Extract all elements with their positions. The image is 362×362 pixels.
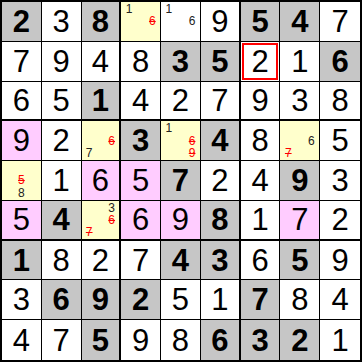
cell-value: 3	[211, 245, 228, 276]
cell-value: 5	[172, 284, 189, 315]
pencil-mark: 8	[16, 187, 28, 199]
cell-value: 5	[331, 125, 348, 156]
cell-value: 3	[13, 284, 30, 315]
cell-value: 9	[331, 245, 348, 276]
cell-r1c4[interactable]: 16	[121, 2, 161, 42]
cell-value: 9	[211, 6, 228, 37]
cell-r5c3[interactable]: 6	[82, 161, 122, 201]
pencil-mark: 1	[163, 122, 175, 134]
cell-r6c3[interactable]: 367	[82, 201, 122, 241]
cell-r6c7[interactable]: 1	[241, 201, 281, 241]
cell-r9c1[interactable]: 4	[2, 320, 42, 360]
cell-value: 1	[291, 46, 308, 77]
cell-r3c7[interactable]: 9	[241, 82, 281, 122]
cell-r8c3[interactable]: 9	[82, 280, 122, 320]
pencil-mark-struck: 5	[16, 174, 28, 186]
cell-r9c3[interactable]: 5	[82, 320, 122, 360]
cell-value: 2	[331, 204, 348, 235]
cell-r8c7[interactable]: 7	[241, 280, 281, 320]
cell-value: 4	[132, 85, 149, 116]
cell-r6c2[interactable]: 4	[42, 201, 82, 241]
cell-value: 4	[92, 46, 109, 77]
cell-r2c7[interactable]: 2	[241, 42, 281, 82]
cell-value: 5	[53, 85, 70, 116]
cell-r8c5[interactable]: 5	[161, 280, 201, 320]
cell-r5c8[interactable]: 9	[280, 161, 320, 201]
cell-r5c4[interactable]: 5	[121, 161, 161, 201]
pencil-mark-struck: 6	[106, 214, 117, 226]
cell-r1c2[interactable]: 3	[42, 2, 82, 42]
cell-value: 8	[92, 6, 109, 37]
cell-r7c4[interactable]: 7	[121, 241, 161, 281]
cell-value: 7	[251, 284, 268, 315]
cell-value: 9	[92, 284, 109, 315]
cell-r7c1[interactable]: 1	[2, 241, 42, 281]
cell-value: 5	[13, 204, 30, 235]
cell-r3c1[interactable]: 6	[2, 82, 42, 122]
cell-value: 2	[172, 85, 189, 116]
cell-value: 6	[251, 245, 268, 276]
cell-r7c7[interactable]: 6	[241, 241, 281, 281]
pencil-marks: 169	[163, 122, 198, 159]
cell-value: 3	[53, 6, 70, 37]
cell-value: 5	[132, 165, 149, 196]
cell-r4c5[interactable]: 169	[161, 121, 201, 161]
cell-value: 2	[92, 245, 109, 276]
cell-value: 1	[92, 85, 109, 116]
cell-value: 9	[291, 165, 308, 196]
cell-r2c8[interactable]: 1	[280, 42, 320, 82]
pencil-mark-struck: 6	[106, 135, 117, 147]
cell-value: 5	[291, 245, 308, 276]
pencil-mark: 7	[84, 147, 95, 159]
cell-value: 3	[331, 165, 348, 196]
cell-value: 4	[291, 6, 308, 37]
pencil-marks: 67	[282, 122, 317, 159]
cell-value: 6	[132, 204, 149, 235]
cell-r1c5[interactable]: 16	[161, 2, 201, 42]
pencil-mark-struck: 7	[282, 147, 294, 159]
cell-r6c4[interactable]: 6	[121, 201, 161, 241]
cell-r1c7[interactable]: 5	[241, 2, 281, 42]
cell-r1c8[interactable]: 4	[280, 2, 320, 42]
cell-r5c6[interactable]: 2	[201, 161, 241, 201]
cell-r1c3[interactable]: 8	[82, 2, 122, 42]
cell-r9c6[interactable]: 6	[201, 320, 241, 360]
cell-value: 9	[13, 125, 30, 156]
cell-value: 9	[172, 204, 189, 235]
cell-value: 8	[331, 85, 348, 116]
cell-r7c5[interactable]: 4	[161, 241, 201, 281]
pencil-marks: 16	[163, 3, 198, 40]
cell-r3c5[interactable]: 2	[161, 82, 201, 122]
sudoku-board: 2381616954779483521665142793892673169486…	[0, 0, 362, 362]
cell-value: 1	[53, 165, 70, 196]
cell-value: 2	[13, 6, 30, 37]
cell-value: 5	[211, 46, 228, 77]
cell-r1c6[interactable]: 9	[201, 2, 241, 42]
cell-r4c1[interactable]: 9	[2, 121, 42, 161]
cell-r3c2[interactable]: 5	[42, 82, 82, 122]
cell-value: 7	[331, 6, 348, 37]
cell-r1c9[interactable]: 7	[320, 2, 360, 42]
cell-r5c2[interactable]: 1	[42, 161, 82, 201]
pencil-mark: 6	[306, 135, 318, 147]
cell-value: 1	[251, 204, 268, 235]
cell-value: 8	[291, 284, 308, 315]
cell-r6c5[interactable]: 9	[161, 201, 201, 241]
cell-r4c7[interactable]: 8	[241, 121, 281, 161]
cell-r2c2[interactable]: 9	[42, 42, 82, 82]
cell-r8c4[interactable]: 2	[121, 280, 161, 320]
cell-r2c9[interactable]: 6	[320, 42, 360, 82]
cell-r2c6[interactable]: 5	[201, 42, 241, 82]
cell-r5c5[interactable]: 7	[161, 161, 201, 201]
cell-r7c2[interactable]: 8	[42, 241, 82, 281]
cell-r2c3[interactable]: 4	[82, 42, 122, 82]
cell-r3c4[interactable]: 4	[121, 82, 161, 122]
cell-r6c9[interactable]: 2	[320, 201, 360, 241]
cell-value: 4	[172, 245, 189, 276]
cell-r5c7[interactable]: 4	[241, 161, 281, 201]
cell-value: 9	[53, 46, 70, 77]
pencil-marks: 367	[84, 202, 118, 238]
cell-r3c3[interactable]: 1	[82, 82, 122, 122]
cell-value: 6	[211, 325, 228, 356]
cell-value: 9	[132, 325, 149, 356]
cell-r6c8[interactable]: 7	[280, 201, 320, 241]
cell-r9c9[interactable]: 1	[320, 320, 360, 360]
cell-value: 6	[13, 85, 30, 116]
cell-r4c9[interactable]: 5	[320, 121, 360, 161]
cell-value: 2	[132, 284, 149, 315]
cell-r4c8[interactable]: 67	[280, 121, 320, 161]
cell-value: 4	[251, 165, 268, 196]
cell-value: 7	[132, 245, 149, 276]
cell-value: 7	[13, 46, 30, 77]
cell-r1c1[interactable]: 2	[2, 2, 42, 42]
cell-r2c1[interactable]: 7	[2, 42, 42, 82]
cell-r8c8[interactable]: 8	[280, 280, 320, 320]
cell-r8c1[interactable]: 3	[2, 280, 42, 320]
cell-r9c8[interactable]: 2	[280, 320, 320, 360]
cell-value: 7	[211, 85, 228, 116]
cell-value: 3	[251, 325, 268, 356]
cell-value: 5	[251, 6, 268, 37]
cell-value: 4	[13, 325, 30, 356]
cell-value: 4	[53, 204, 70, 235]
cell-value: 6	[92, 165, 109, 196]
cell-value: 3	[172, 46, 189, 77]
cell-value: 2	[211, 165, 228, 196]
cell-r7c8[interactable]: 5	[280, 241, 320, 281]
cell-value: 2	[251, 46, 268, 77]
pencil-marks: 16	[123, 3, 158, 40]
cell-value: 7	[291, 204, 308, 235]
pencil-mark-struck: 6	[147, 15, 159, 27]
cell-r3c6[interactable]: 7	[201, 82, 241, 122]
cell-r8c2[interactable]: 6	[42, 280, 82, 320]
cell-r7c9[interactable]: 9	[320, 241, 360, 281]
pencil-mark: 1	[163, 3, 175, 15]
cell-r5c9[interactable]: 3	[320, 161, 360, 201]
cell-r4c6[interactable]: 4	[201, 121, 241, 161]
cell-value: 6	[331, 46, 348, 77]
cell-r4c4[interactable]: 3	[121, 121, 161, 161]
pencil-mark-struck: 9	[186, 147, 198, 159]
cell-r3c9[interactable]: 8	[320, 82, 360, 122]
cell-value: 5	[92, 325, 109, 356]
cell-r9c7[interactable]: 3	[241, 320, 281, 360]
cell-r9c2[interactable]: 7	[42, 320, 82, 360]
cell-value: 8	[251, 125, 268, 156]
cell-value: 9	[251, 85, 268, 116]
cell-value: 2	[291, 325, 308, 356]
cell-value: 3	[291, 85, 308, 116]
cell-value: 7	[172, 165, 189, 196]
cell-r8c6[interactable]: 1	[201, 280, 241, 320]
cell-r2c4[interactable]: 8	[121, 42, 161, 82]
cell-value: 8	[132, 46, 149, 77]
cell-value: 6	[53, 284, 70, 315]
cell-r9c5[interactable]: 8	[161, 320, 201, 360]
cell-value: 8	[211, 204, 228, 235]
cell-r2c5[interactable]: 3	[161, 42, 201, 82]
cell-r6c1[interactable]: 5	[2, 201, 42, 241]
cell-value: 4	[211, 125, 228, 156]
cell-r4c3[interactable]: 67	[82, 121, 122, 161]
cell-value: 4	[331, 284, 348, 315]
pencil-marks: 58	[4, 162, 39, 199]
pencil-mark: 1	[123, 3, 135, 15]
pencil-mark-struck: 7	[84, 226, 95, 238]
cell-value: 7	[53, 325, 70, 356]
cell-r3c8[interactable]: 3	[280, 82, 320, 122]
cell-value: 8	[53, 245, 70, 276]
cell-value: 1	[13, 245, 30, 276]
cell-value: 2	[53, 125, 70, 156]
pencil-mark: 6	[186, 15, 198, 27]
pencil-mark-struck: 6	[186, 135, 198, 147]
cell-r8c9[interactable]: 4	[320, 280, 360, 320]
cell-r5c1[interactable]: 58	[2, 161, 42, 201]
cell-value: 1	[211, 284, 228, 315]
pencil-marks: 67	[84, 122, 118, 159]
cell-r9c4[interactable]: 9	[121, 320, 161, 360]
cell-r7c3[interactable]: 2	[82, 241, 122, 281]
cell-value: 8	[172, 325, 189, 356]
cell-r7c6[interactable]: 3	[201, 241, 241, 281]
cell-r4c2[interactable]: 2	[42, 121, 82, 161]
cell-r6c6[interactable]: 8	[201, 201, 241, 241]
cell-value: 3	[132, 125, 149, 156]
cell-value: 1	[331, 325, 348, 356]
